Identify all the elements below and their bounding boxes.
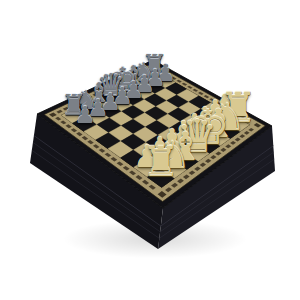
piece-black-pawn-a7[interactable]: ♟ [74, 104, 95, 128]
pieces-layer: ♜♞♟♝♟♚♟♛♟♝♟♞♟♜♟♟♟♟♜♟♞♟♝♟♚♟♛♟♝♟♞♜ [0, 0, 300, 300]
chess-set-photo: ♜♞♟♝♟♚♟♛♟♝♟♞♟♜♟♟♟♟♜♟♞♟♝♟♚♟♛♟♝♟♞♜ [0, 0, 300, 300]
piece-white-rook-a1[interactable]: ♜ [142, 142, 179, 183]
